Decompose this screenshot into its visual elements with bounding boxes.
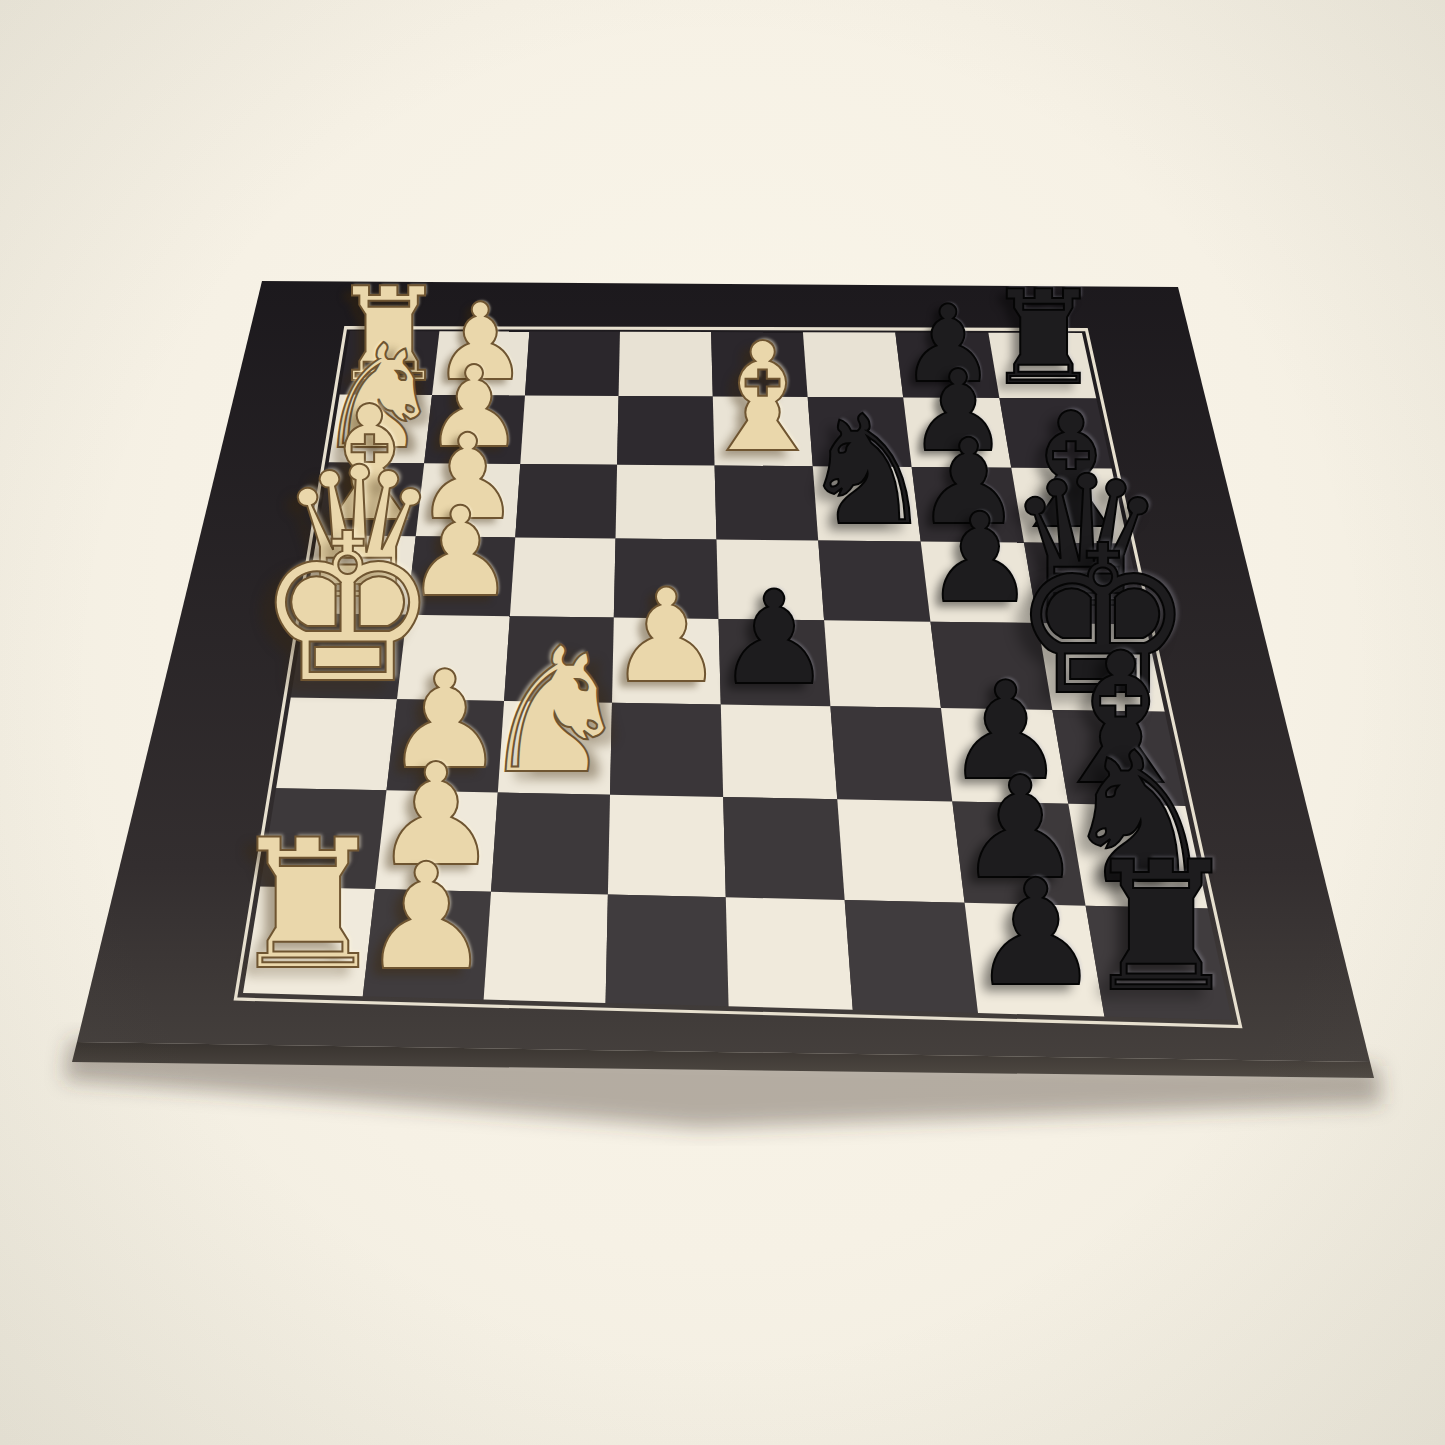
square-g6[interactable] — [837, 799, 964, 903]
piece-white-knight-f3[interactable]: ♞ — [477, 625, 632, 798]
square-h6[interactable] — [845, 900, 978, 1013]
square-e6[interactable] — [824, 620, 941, 708]
square-h4[interactable] — [606, 894, 729, 1006]
square-d3[interactable] — [510, 537, 616, 617]
square-g5[interactable] — [723, 797, 845, 900]
piece-black-rook-h8[interactable]: ♜ — [1081, 838, 1241, 1017]
square-h5[interactable] — [726, 897, 853, 1009]
piece-black-pawn-e5[interactable]: ♟ — [716, 574, 832, 704]
square-f6[interactable] — [830, 706, 952, 801]
square-b3[interactable] — [520, 396, 618, 465]
piece-white-pawn-h2[interactable]: ♟ — [361, 845, 493, 992]
chessboard — [0, 0, 1445, 1445]
square-a3[interactable] — [525, 331, 620, 396]
piece-black-knight-c6[interactable]: ♞ — [799, 396, 935, 547]
square-h3[interactable] — [484, 892, 608, 1003]
square-c3[interactable] — [515, 464, 617, 538]
photo-scene: ♜♟♟♜♞♟♝♟♝♟♞♟♝♛♟♟♛♚♟♟♚♟♞♟♝♟♟♞♜♟♟♜ — [0, 0, 1445, 1445]
square-f5[interactable] — [721, 705, 837, 800]
